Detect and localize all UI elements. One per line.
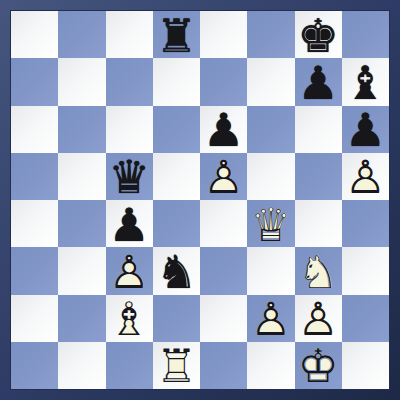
square-g5[interactable] xyxy=(295,153,342,200)
square-c6[interactable] xyxy=(106,106,153,153)
square-d7[interactable] xyxy=(153,58,200,105)
square-d4[interactable] xyxy=(153,200,200,247)
piece-white-pawn[interactable]: ♟♙ xyxy=(295,295,342,342)
square-d5[interactable] xyxy=(153,153,200,200)
square-b3[interactable] xyxy=(58,247,105,294)
square-d1[interactable]: ♜♖ xyxy=(153,342,200,389)
square-a6[interactable] xyxy=(11,106,58,153)
piece-black-king[interactable]: ♚ xyxy=(295,11,342,58)
piece-black-rook[interactable]: ♜ xyxy=(153,11,200,58)
square-c8[interactable] xyxy=(106,11,153,58)
piece-white-king[interactable]: ♚♔ xyxy=(295,342,342,389)
piece-black-pawn[interactable]: ♟ xyxy=(200,106,247,153)
square-c5[interactable]: ♛ xyxy=(106,153,153,200)
square-f3[interactable] xyxy=(247,247,294,294)
piece-white-rook[interactable]: ♜♖ xyxy=(153,342,200,389)
black-knight-icon: ♞ xyxy=(156,249,197,295)
square-c7[interactable] xyxy=(106,58,153,105)
piece-white-knight[interactable]: ♞♘ xyxy=(295,247,342,294)
white-pawn-outline-icon: ♙ xyxy=(298,296,339,342)
square-a8[interactable] xyxy=(11,11,58,58)
square-h5[interactable]: ♟♙ xyxy=(342,153,389,200)
square-b1[interactable] xyxy=(58,342,105,389)
piece-black-bishop[interactable]: ♝ xyxy=(342,58,389,105)
square-e4[interactable] xyxy=(200,200,247,247)
black-pawn-icon: ♟ xyxy=(298,60,339,106)
piece-black-queen[interactable]: ♛ xyxy=(106,153,153,200)
square-g6[interactable] xyxy=(295,106,342,153)
square-b4[interactable] xyxy=(58,200,105,247)
black-pawn-icon: ♟ xyxy=(345,107,386,153)
square-g1[interactable]: ♚♔ xyxy=(295,342,342,389)
square-d6[interactable] xyxy=(153,106,200,153)
square-h8[interactable] xyxy=(342,11,389,58)
square-g4[interactable] xyxy=(295,200,342,247)
square-g8[interactable]: ♚ xyxy=(295,11,342,58)
black-king-icon: ♚ xyxy=(298,13,339,59)
square-f5[interactable] xyxy=(247,153,294,200)
square-h1[interactable] xyxy=(342,342,389,389)
board-frame: ♜♚♟♝♟♟♛♟♙♟♙♟♛♕♟♙♞♞♘♝♗♟♙♟♙♜♖♚♔ xyxy=(0,0,400,400)
white-pawn-outline-icon: ♙ xyxy=(203,154,244,200)
square-d3[interactable]: ♞ xyxy=(153,247,200,294)
white-pawn-outline-icon: ♙ xyxy=(109,249,150,295)
square-g2[interactable]: ♟♙ xyxy=(295,295,342,342)
square-e1[interactable] xyxy=(200,342,247,389)
black-queen-icon: ♛ xyxy=(109,154,150,200)
piece-white-pawn[interactable]: ♟♙ xyxy=(247,295,294,342)
square-f7[interactable] xyxy=(247,58,294,105)
square-f6[interactable] xyxy=(247,106,294,153)
square-h7[interactable]: ♝ xyxy=(342,58,389,105)
square-b6[interactable] xyxy=(58,106,105,153)
square-a4[interactable] xyxy=(11,200,58,247)
chess-board: ♜♚♟♝♟♟♛♟♙♟♙♟♛♕♟♙♞♞♘♝♗♟♙♟♙♜♖♚♔ xyxy=(10,10,390,390)
square-a7[interactable] xyxy=(11,58,58,105)
white-pawn-outline-icon: ♙ xyxy=(345,154,386,200)
black-pawn-icon: ♟ xyxy=(109,202,150,248)
square-e8[interactable] xyxy=(200,11,247,58)
piece-white-pawn[interactable]: ♟♙ xyxy=(200,153,247,200)
white-queen-outline-icon: ♕ xyxy=(250,202,291,248)
square-f2[interactable]: ♟♙ xyxy=(247,295,294,342)
square-a3[interactable] xyxy=(11,247,58,294)
square-b2[interactable] xyxy=(58,295,105,342)
white-rook-outline-icon: ♖ xyxy=(156,343,197,389)
square-e2[interactable] xyxy=(200,295,247,342)
square-c3[interactable]: ♟♙ xyxy=(106,247,153,294)
square-d8[interactable]: ♜ xyxy=(153,11,200,58)
square-h2[interactable] xyxy=(342,295,389,342)
square-d2[interactable] xyxy=(153,295,200,342)
white-bishop-outline-icon: ♗ xyxy=(109,296,150,342)
square-a2[interactable] xyxy=(11,295,58,342)
piece-black-pawn[interactable]: ♟ xyxy=(295,58,342,105)
square-h3[interactable] xyxy=(342,247,389,294)
square-b7[interactable] xyxy=(58,58,105,105)
square-b5[interactable] xyxy=(58,153,105,200)
square-c1[interactable] xyxy=(106,342,153,389)
square-f8[interactable] xyxy=(247,11,294,58)
piece-white-queen[interactable]: ♛♕ xyxy=(247,200,294,247)
square-a5[interactable] xyxy=(11,153,58,200)
piece-white-pawn[interactable]: ♟♙ xyxy=(106,247,153,294)
square-c4[interactable]: ♟ xyxy=(106,200,153,247)
square-e5[interactable]: ♟♙ xyxy=(200,153,247,200)
square-b8[interactable] xyxy=(58,11,105,58)
white-knight-outline-icon: ♘ xyxy=(298,249,339,295)
black-rook-icon: ♜ xyxy=(156,13,197,59)
square-g7[interactable]: ♟ xyxy=(295,58,342,105)
black-pawn-icon: ♟ xyxy=(203,107,244,153)
square-e7[interactable] xyxy=(200,58,247,105)
square-g3[interactable]: ♞♘ xyxy=(295,247,342,294)
piece-black-pawn[interactable]: ♟ xyxy=(342,106,389,153)
square-c2[interactable]: ♝♗ xyxy=(106,295,153,342)
square-f1[interactable] xyxy=(247,342,294,389)
square-h6[interactable]: ♟ xyxy=(342,106,389,153)
square-h4[interactable] xyxy=(342,200,389,247)
piece-white-bishop[interactable]: ♝♗ xyxy=(106,295,153,342)
square-f4[interactable]: ♛♕ xyxy=(247,200,294,247)
square-e6[interactable]: ♟ xyxy=(200,106,247,153)
piece-black-pawn[interactable]: ♟ xyxy=(106,200,153,247)
square-a1[interactable] xyxy=(11,342,58,389)
piece-black-knight[interactable]: ♞ xyxy=(153,247,200,294)
black-bishop-icon: ♝ xyxy=(345,60,386,106)
white-king-outline-icon: ♔ xyxy=(298,343,339,389)
white-pawn-outline-icon: ♙ xyxy=(250,296,291,342)
piece-white-pawn[interactable]: ♟♙ xyxy=(342,153,389,200)
square-e3[interactable] xyxy=(200,247,247,294)
